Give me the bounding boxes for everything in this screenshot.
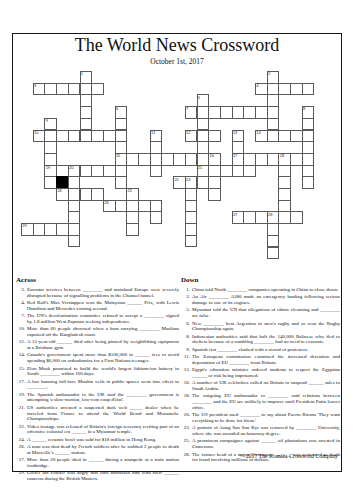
grid-cell[interactable] xyxy=(290,211,303,224)
cell-number: 23 xyxy=(186,178,190,182)
clue-number: 18. xyxy=(181,393,190,410)
clue-text: Myanmar told the UN that allegations of … xyxy=(192,307,340,318)
clue-number: 4. xyxy=(16,300,25,311)
across-heading: Across xyxy=(16,276,179,284)
clue-down-6: 6.New ________ beat Argentina in men's r… xyxy=(181,321,340,332)
clue-number: 6. xyxy=(181,321,190,332)
clue-number: 20. xyxy=(181,412,190,423)
clue-text: An Air ________ A380 made an emergency l… xyxy=(192,294,340,305)
cell-number: 14 xyxy=(256,131,260,135)
clue-number: 16. xyxy=(181,380,190,391)
clue-number: 7. xyxy=(16,313,25,324)
clue-number: 12. xyxy=(16,339,25,350)
clue-across-10: 10.More than 60 people drowned when a bo… xyxy=(16,326,179,337)
clue-across-12: 12.A 15-year-old ______ died after being… xyxy=(16,339,179,350)
cell-number: 27 xyxy=(233,213,237,217)
clue-down-1: 1.China told North ________ companies op… xyxy=(181,287,340,293)
clue-across-14: 14.Canada's government spent more than $… xyxy=(16,352,179,363)
page: { "page": { "title": "The World News Cro… xyxy=(0,0,354,500)
clue-text: A 15-year-old ______ died after being pi… xyxy=(27,339,179,350)
cell-number: 7 xyxy=(186,107,188,111)
clue-number: 24. xyxy=(16,437,25,443)
cell-number: 17 xyxy=(233,154,237,158)
grid-cell[interactable] xyxy=(185,235,198,248)
cell-number: 16 xyxy=(210,154,214,158)
cell-number: 28 xyxy=(268,213,272,217)
clue-text: Eurostar services between ________ and m… xyxy=(27,287,179,298)
clue-across-29: 29.Golfer Ian Poulter was angry that fan… xyxy=(16,470,179,481)
clue-number: 28. xyxy=(181,452,190,463)
clue-down-2: 2.An Air ________ A380 made an emergency… xyxy=(181,294,340,305)
clue-across-26: 26.A man was shot dead by French soldier… xyxy=(16,444,179,455)
clue-number: 9. xyxy=(181,347,190,353)
clue-number: 21. xyxy=(16,405,25,422)
clue-number: 23. xyxy=(181,425,190,436)
clue-text: A prominent campaigner against ______ oi… xyxy=(192,438,340,449)
clue-number: 10. xyxy=(16,326,25,337)
clue-text: A law banning full-face Muslim veils in … xyxy=(27,379,179,390)
clue-text: The Spanish ambassador to the UK said th… xyxy=(27,392,179,403)
cell-number: 1 xyxy=(81,72,83,76)
clue-across-17: 17.A law banning full-face Muslim veils … xyxy=(16,379,179,390)
clue-number: 5. xyxy=(181,307,190,318)
grid-cell[interactable] xyxy=(91,83,104,96)
cell-number: 22 xyxy=(174,178,178,182)
clue-text: Indonesian authorities said that half th… xyxy=(192,334,340,345)
copyright-notice: © 2017 The Komiža Crossword Company xyxy=(240,453,338,460)
cell-number: 11 xyxy=(151,131,155,135)
clue-down-18: 18.The outgoing EU ambassador to _______… xyxy=(181,393,340,410)
clue-across-22: 22.Video footage was released of Britain… xyxy=(16,424,179,435)
grid-cell[interactable] xyxy=(243,165,256,178)
clue-across-21: 21.US authorities arrested a suspected d… xyxy=(16,405,179,422)
cell-number: 12 xyxy=(186,131,190,135)
clue-text: Spanish riot ________ clashed with a cro… xyxy=(192,347,340,353)
clue-number: 2. xyxy=(181,294,190,305)
grid-cell[interactable] xyxy=(126,223,139,236)
cell-number: 10 xyxy=(34,131,38,135)
down-clues-section: Down 1.China told North ________ compani… xyxy=(181,276,340,465)
clue-number: 26. xyxy=(16,444,25,455)
crossword-grid: 1234567891011121314151617181920212223242… xyxy=(21,71,315,260)
cell-number: 29 xyxy=(22,224,26,228)
clue-text: The European commission examined the inc… xyxy=(192,354,340,365)
clue-text: US authorities arrested a suspected dark… xyxy=(27,405,179,422)
clue-across-15: 15.Elon Musk promised to build the world… xyxy=(16,366,179,377)
cell-number: 20 xyxy=(69,166,73,170)
clue-down-25: 25.A prominent campaigner against ______… xyxy=(181,438,340,449)
clue-number: 8. xyxy=(181,334,190,345)
grid-cell[interactable] xyxy=(302,176,315,189)
clue-across-24: 24.A ______ ceramic bowl was sold for $1… xyxy=(16,437,179,443)
cell-number: 18 xyxy=(280,154,284,158)
clue-number: 29. xyxy=(16,470,25,481)
down-clue-list: 1.China told North ________ companies op… xyxy=(181,287,340,463)
clue-across-3: 3.Eurostar services between ________ and… xyxy=(16,287,179,298)
across-clues-section: Across 3.Eurostar services between _____… xyxy=(16,276,179,483)
grid-cell[interactable] xyxy=(302,83,315,96)
cell-number: 25 xyxy=(128,189,132,193)
clue-text: A portrait of Aung San Suu Kyi was remov… xyxy=(192,425,340,436)
clue-down-16: 16.A number of UK celebrities called on … xyxy=(181,380,340,391)
clue-number: 15. xyxy=(16,366,25,377)
clue-text: Golfer Ian Poulter was angry that fans d… xyxy=(27,470,179,481)
clue-number: 11. xyxy=(181,354,190,365)
cell-number: 9 xyxy=(46,119,48,123)
page-subtitle: October 1st, 2017 xyxy=(0,57,354,66)
clue-number: 22. xyxy=(16,424,25,435)
clue-text: More than 20 people died in ______ durin… xyxy=(27,457,179,468)
grid-cell[interactable] xyxy=(267,247,280,260)
clue-text: Red Bull's Max Verstappen won the Malays… xyxy=(27,300,179,311)
clue-across-4: 4.Red Bull's Max Verstappen won the Mala… xyxy=(16,300,179,311)
clue-text: Egypt's education minister ordered stude… xyxy=(192,367,340,378)
cell-number: 5 xyxy=(198,96,200,100)
cell-number: 21 xyxy=(198,166,202,170)
clue-text: The UN's decolonisation committee refuse… xyxy=(27,313,179,324)
page-title: The World News Crossword xyxy=(0,35,354,55)
clue-number: 25. xyxy=(181,438,190,449)
clue-down-20: 20.The US president used ________ to say… xyxy=(181,412,340,423)
clue-across-7: 7.The UN's decolonisation committee refu… xyxy=(16,313,179,324)
clue-text: The outgoing EU ambassador to ________ s… xyxy=(192,393,340,410)
clue-text: The US president used ________ to say ab… xyxy=(192,412,340,423)
cell-number: 24 xyxy=(57,189,61,193)
cell-number: 2 xyxy=(268,72,270,76)
clue-across-19: 19.The Spanish ambassador to the UK said… xyxy=(16,392,179,403)
clue-text: New ________ beat Argentina in men's rug… xyxy=(192,321,340,332)
clue-down-8: 8.Indonesian authorities said that half … xyxy=(181,334,340,345)
clue-number: 14. xyxy=(16,352,25,363)
cell-number: 15 xyxy=(116,154,120,158)
clue-text: A ______ ceramic bowl was sold for $18 m… xyxy=(27,437,179,443)
grid-cell[interactable] xyxy=(208,130,221,143)
grid-cell[interactable] xyxy=(68,235,81,248)
clue-text: A man was shot dead by French soldiers a… xyxy=(27,444,179,455)
across-clue-list: 3.Eurostar services between ________ and… xyxy=(16,287,179,482)
clue-text: Canada's government spent more than $100… xyxy=(27,352,179,363)
cell-number: 6 xyxy=(116,107,118,111)
clue-down-11: 11.The European commission examined the … xyxy=(181,354,340,365)
down-heading: Down xyxy=(181,276,340,284)
cell-number: 3 xyxy=(34,84,36,88)
clue-number: 19. xyxy=(16,392,25,403)
cell-number: 13 xyxy=(233,131,237,135)
clue-down-13: 13.Egypt's education minister ordered st… xyxy=(181,367,340,378)
grid-cell[interactable] xyxy=(208,188,221,201)
cell-number: 26 xyxy=(104,201,108,205)
clue-text: Video footage was released of Britain's … xyxy=(27,424,179,435)
grid-cell[interactable] xyxy=(150,165,163,178)
cell-number: 4 xyxy=(256,84,258,88)
clue-down-5: 5.Myanmar told the UN that allegations o… xyxy=(181,307,340,318)
clue-across-27: 27.More than 20 people died in ______ du… xyxy=(16,457,179,468)
clue-number: 27. xyxy=(16,457,25,468)
clue-text: China told North ________ companies oper… xyxy=(192,287,340,293)
clue-down-9: 9.Spanish riot ________ clashed with a c… xyxy=(181,347,340,353)
clue-text: More than 60 people drowned when a boat … xyxy=(27,326,179,337)
clue-text: Elon Musk promised to build the world's … xyxy=(27,366,179,377)
clue-number: 17. xyxy=(16,379,25,390)
clue-text: A number of UK celebrities called on Bri… xyxy=(192,380,340,391)
grid-cell[interactable] xyxy=(150,211,163,224)
cell-number: 8 xyxy=(303,107,305,111)
clue-down-23: 23.A portrait of Aung San Suu Kyi was re… xyxy=(181,425,340,436)
cell-number: 19 xyxy=(46,166,50,170)
clue-number: 3. xyxy=(16,287,25,298)
clue-number: 13. xyxy=(181,367,190,378)
clue-number: 1. xyxy=(181,287,190,293)
